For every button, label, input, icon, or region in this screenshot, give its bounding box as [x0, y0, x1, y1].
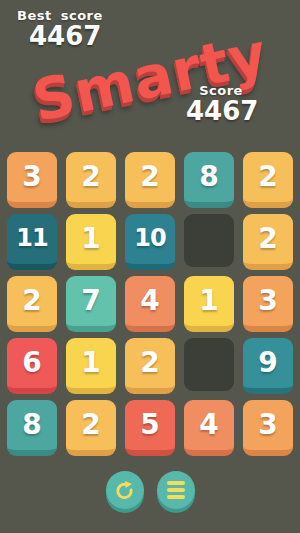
tile-number: 1: [81, 346, 100, 379]
tile-number: 2: [140, 346, 159, 379]
empty-cell: [184, 214, 234, 267]
restart-button[interactable]: [106, 471, 144, 509]
tile-5[interactable]: 5: [125, 400, 175, 456]
refresh-icon: [113, 479, 136, 502]
tile-number: 8: [199, 160, 218, 193]
tile-6[interactable]: 6: [7, 338, 57, 394]
tile-number: 2: [258, 160, 277, 193]
tile-3[interactable]: 3: [243, 276, 293, 332]
tile-number: 4: [199, 408, 218, 441]
tile-2[interactable]: 2: [243, 214, 293, 270]
tile-3[interactable]: 3: [243, 400, 293, 456]
bottom-controls: [0, 471, 300, 509]
tile-1[interactable]: 1: [66, 214, 116, 270]
tile-number: 9: [258, 346, 277, 379]
tile-2[interactable]: 2: [66, 152, 116, 208]
tile-8[interactable]: 8: [7, 400, 57, 456]
menu-icon: [167, 481, 185, 499]
tile-2[interactable]: 2: [243, 152, 293, 208]
tile-2[interactable]: 2: [7, 276, 57, 332]
tile-11[interactable]: 11: [7, 214, 57, 270]
score-value: 4467: [186, 98, 256, 125]
tile-1[interactable]: 1: [184, 276, 234, 332]
tile-number: 11: [16, 224, 47, 252]
tile-4[interactable]: 4: [125, 276, 175, 332]
best-score: Best score 4467: [17, 8, 103, 50]
tile-number: 2: [140, 160, 159, 193]
tile-9[interactable]: 9: [243, 338, 293, 394]
tile-4[interactable]: 4: [184, 400, 234, 456]
empty-cell: [184, 338, 234, 391]
tile-10[interactable]: 10: [125, 214, 175, 270]
menu-button[interactable]: [157, 471, 195, 509]
tile-number: 4: [140, 284, 159, 317]
tile-number: 1: [199, 284, 218, 317]
current-score: Score 4467: [186, 83, 256, 125]
tile-number: 3: [258, 408, 277, 441]
smarty-game-screen: Best score 4467 Smarty Score 4467 322821…: [0, 0, 300, 533]
board: 3228211110227413612982543: [7, 152, 293, 456]
tile-number: 10: [134, 224, 165, 252]
tile-number: 3: [22, 160, 41, 193]
tile-number: 2: [22, 284, 41, 317]
tile-number: 7: [81, 284, 100, 317]
tile-1[interactable]: 1: [66, 338, 116, 394]
tile-number: 6: [22, 346, 41, 379]
tile-number: 1: [81, 222, 100, 255]
tile-2[interactable]: 2: [125, 152, 175, 208]
tile-3[interactable]: 3: [7, 152, 57, 208]
best-score-value: 4467: [29, 23, 103, 50]
tile-2[interactable]: 2: [66, 400, 116, 456]
tile-2[interactable]: 2: [125, 338, 175, 394]
tile-number: 5: [140, 408, 159, 441]
tile-number: 8: [22, 408, 41, 441]
tile-number: 2: [81, 160, 100, 193]
tile-7[interactable]: 7: [66, 276, 116, 332]
tile-8[interactable]: 8: [184, 152, 234, 208]
tile-number: 2: [81, 408, 100, 441]
tile-number: 3: [258, 284, 277, 317]
tile-number: 2: [258, 222, 277, 255]
